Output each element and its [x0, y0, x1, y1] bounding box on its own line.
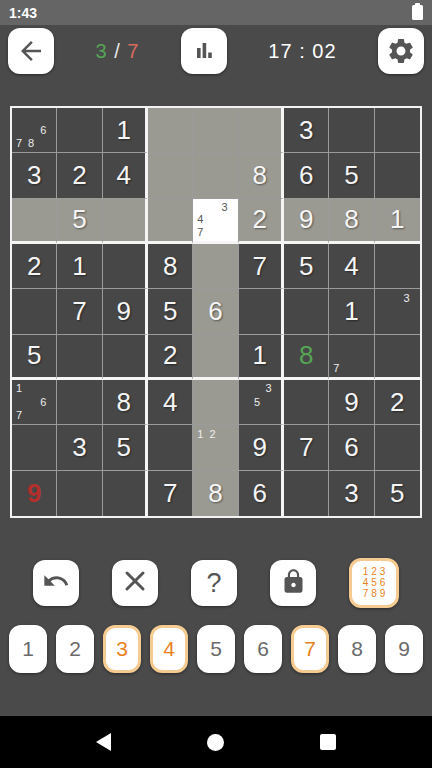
cell-value: 5 [27, 340, 41, 371]
cell-r5c6[interactable] [239, 289, 284, 334]
cell-r8c6[interactable]: 9 [239, 425, 284, 470]
num-button-1[interactable]: 1 [9, 625, 47, 673]
tool-row: ? 123456789 [0, 558, 432, 608]
cell-r9c7[interactable] [284, 471, 329, 516]
cell-r4c6[interactable]: 7 [239, 244, 284, 289]
cell-r1c9[interactable] [375, 108, 420, 153]
cell-r5c9[interactable]: 3 [375, 289, 420, 334]
sudoku-board: 6781332486553472981218754795613521871678… [10, 106, 422, 518]
cell-r3c2[interactable]: 5 [57, 199, 102, 244]
status-clock: 1:43 [9, 5, 37, 21]
cell-value: 8 [117, 387, 131, 418]
cell-value: 2 [390, 387, 404, 418]
cell-r6c8[interactable]: 7 [329, 335, 374, 380]
cell-r4c8[interactable]: 4 [329, 244, 374, 289]
nav-recents-icon[interactable] [320, 734, 336, 750]
cell-r7c5[interactable] [193, 380, 238, 425]
cell-r8c4[interactable] [148, 425, 193, 470]
pencil-marks: 35 [243, 382, 277, 422]
undo-button[interactable] [33, 560, 79, 606]
question-mark-icon: ? [206, 568, 221, 599]
cell-r5c5[interactable]: 6 [193, 289, 238, 334]
cell-r5c3[interactable]: 9 [103, 289, 148, 334]
pencil-marks: 12 [197, 427, 233, 467]
cell-r2c2[interactable]: 2 [57, 153, 102, 198]
cell-r2c6[interactable]: 8 [239, 153, 284, 198]
cell-r3c7[interactable]: 9 [284, 199, 329, 244]
pencil-marks: 3 [379, 291, 416, 331]
settings-button[interactable] [378, 28, 424, 74]
cell-r3c6[interactable]: 2 [239, 199, 284, 244]
cell-r9c9[interactable]: 5 [375, 471, 420, 516]
cell-value: 1 [390, 204, 404, 235]
cell-r1c4[interactable] [148, 108, 193, 153]
score-wrong: 7 [127, 40, 139, 62]
cell-r3c5[interactable]: 347 [193, 199, 238, 244]
game-timer: 17 : 02 [268, 40, 336, 63]
cell-r3c8[interactable]: 8 [329, 199, 374, 244]
cell-r2c1[interactable]: 3 [12, 153, 57, 198]
toolbar: 3 / 7 17 : 02 [0, 25, 432, 77]
android-nav-bar [0, 716, 432, 768]
cell-value: 5 [117, 432, 131, 463]
cell-r4c2[interactable]: 1 [57, 244, 102, 289]
cell-value: 9 [253, 432, 267, 463]
cell-r7c3[interactable]: 8 [103, 380, 148, 425]
cell-value: 6 [299, 160, 313, 191]
cell-r2c3[interactable]: 4 [103, 153, 148, 198]
back-button[interactable] [8, 28, 54, 74]
cell-r8c9[interactable] [375, 425, 420, 470]
score-separator: / [114, 40, 121, 62]
cell-value: 6 [253, 478, 267, 509]
notes-grid-icon: 123456789 [363, 567, 386, 599]
nav-back-icon[interactable] [96, 733, 111, 751]
cell-r9c5[interactable]: 8 [193, 471, 238, 516]
cell-r9c6[interactable]: 6 [239, 471, 284, 516]
arrow-left-icon [16, 36, 46, 66]
cell-r9c4[interactable]: 7 [148, 471, 193, 516]
cell-value: 8 [344, 204, 358, 235]
cell-r6c7[interactable]: 8 [284, 335, 329, 380]
cell-r1c2[interactable] [57, 108, 102, 153]
cell-r3c4[interactable] [148, 199, 193, 244]
cell-r3c9[interactable]: 1 [375, 199, 420, 244]
cell-r2c4[interactable] [148, 153, 193, 198]
cell-r8c3[interactable]: 5 [103, 425, 148, 470]
cell-r4c5[interactable] [193, 244, 238, 289]
cell-value: 7 [253, 251, 267, 282]
cell-r6c2[interactable] [57, 335, 102, 380]
cell-value: 4 [344, 251, 358, 282]
cell-r5c2[interactable]: 7 [57, 289, 102, 334]
cell-r7c8[interactable]: 9 [329, 380, 374, 425]
cell-value: 7 [72, 296, 86, 327]
cell-value: 4 [163, 387, 177, 418]
cell-r2c5[interactable] [193, 153, 238, 198]
cell-value: 2 [27, 251, 41, 282]
cell-r7c7[interactable] [284, 380, 329, 425]
erase-button[interactable] [112, 560, 158, 606]
cell-value: 7 [299, 432, 313, 463]
nav-home-icon[interactable] [207, 734, 224, 751]
cell-r5c7[interactable] [284, 289, 329, 334]
cell-value: 6 [344, 432, 358, 463]
cell-r4c9[interactable] [375, 244, 420, 289]
cell-r1c5[interactable] [193, 108, 238, 153]
cell-r4c7[interactable]: 5 [284, 244, 329, 289]
num-button-4[interactable]: 4 [150, 625, 188, 673]
cell-r2c8[interactable]: 5 [329, 153, 374, 198]
cell-value: 9 [344, 387, 358, 418]
statistics-button[interactable] [181, 28, 227, 74]
cell-r8c7[interactable]: 7 [284, 425, 329, 470]
cell-r6c1[interactable]: 5 [12, 335, 57, 380]
cell-value: 6 [208, 296, 222, 327]
cell-value: 4 [117, 160, 131, 191]
num-button-3[interactable]: 3 [103, 625, 141, 673]
pencil-marks: 7 [333, 337, 369, 375]
cell-r1c8[interactable] [329, 108, 374, 153]
cell-r7c6[interactable]: 35 [239, 380, 284, 425]
cell-value: 9 [299, 204, 313, 235]
cell-r4c3[interactable] [103, 244, 148, 289]
num-button-7[interactable]: 7 [291, 625, 329, 673]
cell-r7c9[interactable]: 2 [375, 380, 420, 425]
pencil-marks: 167 [16, 382, 52, 422]
cell-value: 5 [390, 478, 404, 509]
num-button-6[interactable]: 6 [244, 625, 282, 673]
cell-r6c3[interactable] [103, 335, 148, 380]
cell-r9c2[interactable] [57, 471, 102, 516]
undo-icon [42, 567, 70, 599]
score-counter: 3 / 7 [95, 40, 139, 63]
gear-icon [386, 36, 416, 66]
cell-r7c1[interactable]: 167 [12, 380, 57, 425]
cell-value: 5 [344, 160, 358, 191]
cell-value: 2 [163, 340, 177, 371]
cell-r8c1[interactable] [12, 425, 57, 470]
cell-r8c5[interactable]: 12 [193, 425, 238, 470]
num-button-8[interactable]: 8 [338, 625, 376, 673]
num-button-2[interactable]: 2 [56, 625, 94, 673]
cell-value: 3 [72, 432, 86, 463]
cell-value: 1 [253, 340, 267, 371]
num-button-9[interactable]: 9 [385, 625, 423, 673]
cell-r7c2[interactable] [57, 380, 102, 425]
cell-value: 1 [117, 115, 131, 146]
pencil-marks: 347 [197, 201, 233, 239]
cell-r6c4[interactable]: 2 [148, 335, 193, 380]
cell-r2c7[interactable]: 6 [284, 153, 329, 198]
cell-r4c4[interactable]: 8 [148, 244, 193, 289]
cell-r5c1[interactable] [12, 289, 57, 334]
cell-r9c1[interactable]: 9 [12, 471, 57, 516]
cell-r8c2[interactable]: 3 [57, 425, 102, 470]
cell-r9c8[interactable]: 3 [329, 471, 374, 516]
cell-r4c1[interactable]: 2 [12, 244, 57, 289]
cell-value: 8 [253, 160, 267, 191]
cell-r9c3[interactable] [103, 471, 148, 516]
cell-r6c5[interactable] [193, 335, 238, 380]
cell-value: 5 [72, 204, 86, 235]
cell-value: 5 [299, 251, 313, 282]
cell-r1c3[interactable]: 1 [103, 108, 148, 153]
cell-r5c8[interactable]: 1 [329, 289, 374, 334]
cell-value: 1 [72, 251, 86, 282]
hint-button[interactable]: ? [191, 560, 237, 606]
x-cross-icon [122, 568, 148, 598]
cell-value: 8 [208, 478, 222, 509]
score-correct: 3 [95, 40, 107, 62]
padlock-icon [280, 568, 307, 599]
cell-value: 3 [344, 478, 358, 509]
pencil-marks: 678 [16, 110, 52, 150]
cell-r1c1[interactable]: 678 [12, 108, 57, 153]
lock-button[interactable] [270, 560, 316, 606]
cell-value: 3 [27, 160, 41, 191]
cell-r1c6[interactable] [239, 108, 284, 153]
cell-r5c4[interactable]: 5 [148, 289, 193, 334]
cell-r3c1[interactable] [12, 199, 57, 244]
cell-r7c4[interactable]: 4 [148, 380, 193, 425]
cell-value: 9 [27, 478, 41, 509]
cell-r1c7[interactable]: 3 [284, 108, 329, 153]
number-pad: 123456789 [0, 624, 432, 674]
battery-icon [412, 5, 423, 20]
cell-value: 8 [163, 251, 177, 282]
cell-value: 9 [117, 296, 131, 327]
cell-value: 7 [163, 478, 177, 509]
num-button-5[interactable]: 5 [197, 625, 235, 673]
cell-r2c9[interactable] [375, 153, 420, 198]
cell-r6c9[interactable] [375, 335, 420, 380]
cell-r8c8[interactable]: 6 [329, 425, 374, 470]
cell-value: 2 [253, 204, 267, 235]
cell-value: 5 [163, 296, 177, 327]
cell-value: 2 [72, 160, 86, 191]
cell-value: 8 [299, 340, 313, 371]
cell-r6c6[interactable]: 1 [239, 335, 284, 380]
status-bar: 1:43 [0, 0, 432, 25]
notes-button[interactable]: 123456789 [349, 558, 399, 608]
cell-r3c3[interactable] [103, 199, 148, 244]
cell-value: 1 [344, 296, 358, 327]
bar-chart-icon [189, 36, 219, 66]
cell-value: 3 [299, 115, 313, 146]
